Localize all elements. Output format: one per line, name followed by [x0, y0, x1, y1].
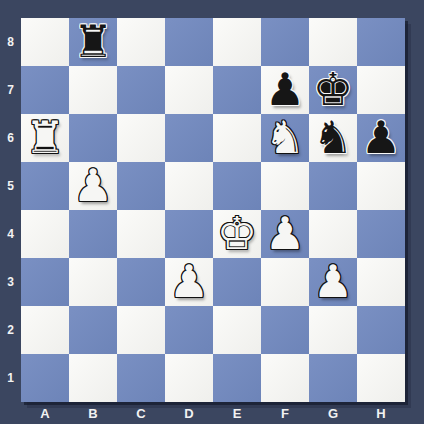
- square-h5[interactable]: [357, 162, 405, 210]
- rank-label-3: 3: [0, 258, 21, 306]
- square-d4[interactable]: [165, 210, 213, 258]
- square-b2[interactable]: [69, 306, 117, 354]
- square-e5[interactable]: [213, 162, 261, 210]
- rank-label-5: 5: [0, 162, 21, 210]
- square-h4[interactable]: [357, 210, 405, 258]
- square-a7[interactable]: [21, 66, 69, 114]
- square-b7[interactable]: [69, 66, 117, 114]
- square-b6[interactable]: [69, 114, 117, 162]
- white-pawn-f4[interactable]: ♟: [265, 210, 305, 258]
- square-f6[interactable]: ♞: [261, 114, 309, 162]
- file-label-b: B: [69, 402, 117, 424]
- black-pawn-f7[interactable]: ♟: [265, 66, 305, 114]
- white-knight-f6[interactable]: ♞: [265, 114, 305, 162]
- square-b3[interactable]: [69, 258, 117, 306]
- white-king-e4[interactable]: ♚: [217, 210, 257, 258]
- rank-label-2: 2: [0, 306, 21, 354]
- square-g7[interactable]: ♚: [309, 66, 357, 114]
- square-g5[interactable]: [309, 162, 357, 210]
- file-label-d: D: [165, 402, 213, 424]
- rank-label-1: 1: [0, 354, 21, 402]
- square-d5[interactable]: [165, 162, 213, 210]
- square-f8[interactable]: [261, 18, 309, 66]
- square-d7[interactable]: [165, 66, 213, 114]
- rank-label-7: 7: [0, 66, 21, 114]
- square-c8[interactable]: [117, 18, 165, 66]
- square-f2[interactable]: [261, 306, 309, 354]
- square-a6[interactable]: ♜: [21, 114, 69, 162]
- square-c1[interactable]: [117, 354, 165, 402]
- square-f1[interactable]: [261, 354, 309, 402]
- file-label-h: H: [357, 402, 405, 424]
- square-e7[interactable]: [213, 66, 261, 114]
- rank-label-4: 4: [0, 210, 21, 258]
- square-e3[interactable]: [213, 258, 261, 306]
- white-pawn-g3[interactable]: ♟: [313, 258, 353, 306]
- square-g6[interactable]: ♞: [309, 114, 357, 162]
- black-pawn-h6[interactable]: ♟: [361, 114, 401, 162]
- black-king-g7[interactable]: ♚: [313, 66, 353, 114]
- file-label-c: C: [117, 402, 165, 424]
- square-h2[interactable]: [357, 306, 405, 354]
- square-e8[interactable]: [213, 18, 261, 66]
- square-g8[interactable]: [309, 18, 357, 66]
- square-d3[interactable]: ♟: [165, 258, 213, 306]
- file-label-f: F: [261, 402, 309, 424]
- file-label-a: A: [21, 402, 69, 424]
- black-rook-b8[interactable]: ♜: [73, 18, 113, 66]
- white-pawn-d3[interactable]: ♟: [169, 258, 209, 306]
- square-g3[interactable]: ♟: [309, 258, 357, 306]
- square-f3[interactable]: [261, 258, 309, 306]
- white-pawn-b5[interactable]: ♟: [73, 162, 113, 210]
- rank-label-8: 8: [0, 18, 21, 66]
- square-h7[interactable]: [357, 66, 405, 114]
- square-h8[interactable]: [357, 18, 405, 66]
- square-a5[interactable]: [21, 162, 69, 210]
- square-d8[interactable]: [165, 18, 213, 66]
- square-f5[interactable]: [261, 162, 309, 210]
- chess-board: ♜♟♚♜♞♞♟♟♚♟♟♟: [21, 18, 405, 402]
- square-e6[interactable]: [213, 114, 261, 162]
- square-h6[interactable]: ♟: [357, 114, 405, 162]
- square-d1[interactable]: [165, 354, 213, 402]
- square-d6[interactable]: [165, 114, 213, 162]
- square-f7[interactable]: ♟: [261, 66, 309, 114]
- square-c4[interactable]: [117, 210, 165, 258]
- rank-label-6: 6: [0, 114, 21, 162]
- square-c2[interactable]: [117, 306, 165, 354]
- square-a4[interactable]: [21, 210, 69, 258]
- rank-labels: 87654321: [0, 18, 21, 402]
- square-b1[interactable]: [69, 354, 117, 402]
- square-g1[interactable]: [309, 354, 357, 402]
- square-e2[interactable]: [213, 306, 261, 354]
- square-e4[interactable]: ♚: [213, 210, 261, 258]
- square-a2[interactable]: [21, 306, 69, 354]
- chess-diagram: 87654321 ♜♟♚♜♞♞♟♟♚♟♟♟ ABCDEFGH: [0, 0, 424, 424]
- square-c3[interactable]: [117, 258, 165, 306]
- square-a1[interactable]: [21, 354, 69, 402]
- white-rook-a6[interactable]: ♜: [25, 114, 65, 162]
- square-b8[interactable]: ♜: [69, 18, 117, 66]
- square-b4[interactable]: [69, 210, 117, 258]
- square-c7[interactable]: [117, 66, 165, 114]
- square-h3[interactable]: [357, 258, 405, 306]
- square-a3[interactable]: [21, 258, 69, 306]
- square-c6[interactable]: [117, 114, 165, 162]
- square-d2[interactable]: [165, 306, 213, 354]
- square-g2[interactable]: [309, 306, 357, 354]
- square-c5[interactable]: [117, 162, 165, 210]
- file-labels: ABCDEFGH: [21, 402, 405, 424]
- square-h1[interactable]: [357, 354, 405, 402]
- black-knight-g6[interactable]: ♞: [313, 114, 353, 162]
- square-g4[interactable]: [309, 210, 357, 258]
- file-label-e: E: [213, 402, 261, 424]
- square-f4[interactable]: ♟: [261, 210, 309, 258]
- square-a8[interactable]: [21, 18, 69, 66]
- file-label-g: G: [309, 402, 357, 424]
- square-b5[interactable]: ♟: [69, 162, 117, 210]
- square-e1[interactable]: [213, 354, 261, 402]
